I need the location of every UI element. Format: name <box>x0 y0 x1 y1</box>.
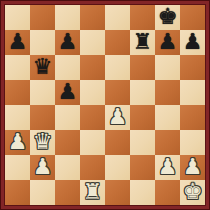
square-a6[interactable] <box>5 55 30 80</box>
square-h1[interactable]: ♚ <box>180 180 205 205</box>
square-g8[interactable]: ♚ <box>155 5 180 30</box>
square-e8[interactable] <box>105 5 130 30</box>
square-d2[interactable] <box>80 155 105 180</box>
square-g2[interactable]: ♟ <box>155 155 180 180</box>
white-king-h1[interactable]: ♚ <box>183 181 203 203</box>
square-f8[interactable] <box>130 5 155 30</box>
square-e1[interactable] <box>105 180 130 205</box>
square-e3[interactable] <box>105 130 130 155</box>
square-h4[interactable] <box>180 105 205 130</box>
square-c4[interactable] <box>55 105 80 130</box>
square-g3[interactable] <box>155 130 180 155</box>
black-king-g8[interactable]: ♚ <box>158 6 178 28</box>
square-d7[interactable] <box>80 30 105 55</box>
square-d4[interactable] <box>80 105 105 130</box>
white-pawn-g2[interactable]: ♟ <box>158 156 178 178</box>
square-d6[interactable] <box>80 55 105 80</box>
chess-board-frame: ♚♟♟♜♟♟♛♟♟♟♛♟♟♟♜♚ <box>0 0 210 210</box>
square-c5[interactable]: ♟ <box>55 80 80 105</box>
square-b5[interactable] <box>30 80 55 105</box>
square-c7[interactable]: ♟ <box>55 30 80 55</box>
square-b2[interactable]: ♟ <box>30 155 55 180</box>
square-e7[interactable] <box>105 30 130 55</box>
square-f6[interactable] <box>130 55 155 80</box>
square-d1[interactable]: ♜ <box>80 180 105 205</box>
black-pawn-h7[interactable]: ♟ <box>183 31 203 53</box>
square-a8[interactable] <box>5 5 30 30</box>
square-f4[interactable] <box>130 105 155 130</box>
white-rook-d1[interactable]: ♜ <box>83 181 103 203</box>
square-h2[interactable]: ♟ <box>180 155 205 180</box>
square-g7[interactable]: ♟ <box>155 30 180 55</box>
square-b7[interactable] <box>30 30 55 55</box>
square-f3[interactable] <box>130 130 155 155</box>
black-pawn-g7[interactable]: ♟ <box>158 31 178 53</box>
square-h6[interactable] <box>180 55 205 80</box>
square-a2[interactable] <box>5 155 30 180</box>
square-g1[interactable] <box>155 180 180 205</box>
square-a7[interactable]: ♟ <box>5 30 30 55</box>
square-h7[interactable]: ♟ <box>180 30 205 55</box>
black-queen-b6[interactable]: ♛ <box>33 56 53 78</box>
square-a4[interactable] <box>5 105 30 130</box>
white-pawn-e4[interactable]: ♟ <box>108 106 128 128</box>
square-b3[interactable]: ♛ <box>30 130 55 155</box>
black-pawn-c5[interactable]: ♟ <box>58 81 78 103</box>
square-b8[interactable] <box>30 5 55 30</box>
square-f5[interactable] <box>130 80 155 105</box>
square-g5[interactable] <box>155 80 180 105</box>
square-a3[interactable]: ♟ <box>5 130 30 155</box>
square-c8[interactable] <box>55 5 80 30</box>
square-e5[interactable] <box>105 80 130 105</box>
white-queen-b3[interactable]: ♛ <box>33 131 53 153</box>
square-e4[interactable]: ♟ <box>105 105 130 130</box>
square-g6[interactable] <box>155 55 180 80</box>
square-h8[interactable] <box>180 5 205 30</box>
square-a5[interactable] <box>5 80 30 105</box>
black-pawn-c7[interactable]: ♟ <box>58 31 78 53</box>
square-c2[interactable] <box>55 155 80 180</box>
white-pawn-b2[interactable]: ♟ <box>33 156 53 178</box>
square-f2[interactable] <box>130 155 155 180</box>
black-rook-f7[interactable]: ♜ <box>133 31 153 53</box>
square-e6[interactable] <box>105 55 130 80</box>
white-pawn-a3[interactable]: ♟ <box>8 131 28 153</box>
square-h3[interactable] <box>180 130 205 155</box>
square-b4[interactable] <box>30 105 55 130</box>
square-c1[interactable] <box>55 180 80 205</box>
square-c6[interactable] <box>55 55 80 80</box>
square-c3[interactable] <box>55 130 80 155</box>
square-b6[interactable]: ♛ <box>30 55 55 80</box>
square-h5[interactable] <box>180 80 205 105</box>
square-e2[interactable] <box>105 155 130 180</box>
square-g4[interactable] <box>155 105 180 130</box>
square-d8[interactable] <box>80 5 105 30</box>
square-f7[interactable]: ♜ <box>130 30 155 55</box>
square-d5[interactable] <box>80 80 105 105</box>
square-b1[interactable] <box>30 180 55 205</box>
square-a1[interactable] <box>5 180 30 205</box>
white-pawn-h2[interactable]: ♟ <box>183 156 203 178</box>
chess-board: ♚♟♟♜♟♟♛♟♟♟♛♟♟♟♜♚ <box>5 5 205 205</box>
square-d3[interactable] <box>80 130 105 155</box>
black-pawn-a7[interactable]: ♟ <box>8 31 28 53</box>
square-f1[interactable] <box>130 180 155 205</box>
